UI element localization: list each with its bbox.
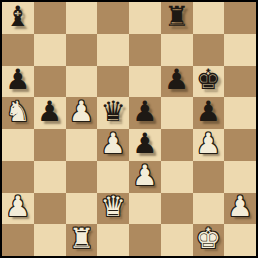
square-c2[interactable]	[66, 193, 98, 225]
black-pawn-piece[interactable]: ♟	[37, 98, 62, 126]
square-b3[interactable]	[34, 161, 66, 193]
black-bishop-piece[interactable]: ♝	[5, 3, 30, 31]
square-d2[interactable]: ♛	[97, 193, 129, 225]
square-a2[interactable]: ♟	[2, 193, 34, 225]
square-c6[interactable]	[66, 66, 98, 98]
square-f6[interactable]: ♟	[161, 66, 193, 98]
white-knight-piece[interactable]: ♞	[5, 98, 30, 126]
square-c1[interactable]: ♜	[66, 224, 98, 256]
square-b2[interactable]	[34, 193, 66, 225]
square-g2[interactable]	[193, 193, 225, 225]
square-h4[interactable]	[224, 129, 256, 161]
square-g3[interactable]	[193, 161, 225, 193]
square-a1[interactable]	[2, 224, 34, 256]
square-h6[interactable]	[224, 66, 256, 98]
square-d8[interactable]	[97, 2, 129, 34]
square-g6[interactable]: ♚	[193, 66, 225, 98]
square-f3[interactable]	[161, 161, 193, 193]
square-f1[interactable]	[161, 224, 193, 256]
square-c5[interactable]: ♟	[66, 97, 98, 129]
white-queen-piece[interactable]: ♛	[101, 193, 126, 221]
square-g8[interactable]	[193, 2, 225, 34]
black-pawn-piece[interactable]: ♟	[164, 66, 189, 94]
square-g7[interactable]	[193, 34, 225, 66]
black-king-piece[interactable]: ♚	[196, 66, 221, 94]
board-wrap: ♝♜♟♟♚♞♟♟♛♟♟♟♟♟♟♟♛♟♜♚	[0, 0, 258, 258]
square-e4[interactable]: ♟	[129, 129, 161, 161]
square-c4[interactable]	[66, 129, 98, 161]
square-d1[interactable]	[97, 224, 129, 256]
square-h1[interactable]	[224, 224, 256, 256]
square-b6[interactable]	[34, 66, 66, 98]
square-b4[interactable]	[34, 129, 66, 161]
square-b1[interactable]	[34, 224, 66, 256]
square-d4[interactable]: ♟	[97, 129, 129, 161]
black-pawn-piece[interactable]: ♟	[5, 66, 30, 94]
chess-board: ♝♜♟♟♚♞♟♟♛♟♟♟♟♟♟♟♛♟♜♚	[0, 0, 258, 258]
square-g1[interactable]: ♚	[193, 224, 225, 256]
square-g5[interactable]: ♟	[193, 97, 225, 129]
square-d5[interactable]: ♛	[97, 97, 129, 129]
square-h8[interactable]	[224, 2, 256, 34]
white-king-piece[interactable]: ♚	[196, 225, 221, 253]
square-e1[interactable]	[129, 224, 161, 256]
square-c8[interactable]	[66, 2, 98, 34]
square-a5[interactable]: ♞	[2, 97, 34, 129]
square-d6[interactable]	[97, 66, 129, 98]
square-a8[interactable]: ♝	[2, 2, 34, 34]
square-g4[interactable]: ♟	[193, 129, 225, 161]
square-h2[interactable]: ♟	[224, 193, 256, 225]
square-h5[interactable]	[224, 97, 256, 129]
square-e3[interactable]: ♟	[129, 161, 161, 193]
square-e7[interactable]	[129, 34, 161, 66]
black-pawn-piece[interactable]: ♟	[132, 130, 157, 158]
white-pawn-piece[interactable]: ♟	[228, 193, 253, 221]
square-a4[interactable]	[2, 129, 34, 161]
square-c7[interactable]	[66, 34, 98, 66]
black-rook-piece[interactable]: ♜	[164, 3, 189, 31]
square-d7[interactable]	[97, 34, 129, 66]
square-e6[interactable]	[129, 66, 161, 98]
white-rook-piece[interactable]: ♜	[69, 225, 94, 253]
square-d3[interactable]	[97, 161, 129, 193]
square-b7[interactable]	[34, 34, 66, 66]
black-pawn-piece[interactable]: ♟	[132, 98, 157, 126]
square-f7[interactable]	[161, 34, 193, 66]
square-a3[interactable]	[2, 161, 34, 193]
square-a7[interactable]	[2, 34, 34, 66]
square-e5[interactable]: ♟	[129, 97, 161, 129]
white-pawn-piece[interactable]: ♟	[132, 162, 157, 190]
white-pawn-piece[interactable]: ♟	[101, 130, 126, 158]
square-a6[interactable]: ♟	[2, 66, 34, 98]
square-e8[interactable]	[129, 2, 161, 34]
black-pawn-piece[interactable]: ♟	[196, 98, 221, 126]
black-queen-piece[interactable]: ♛	[101, 98, 126, 126]
white-pawn-piece[interactable]: ♟	[69, 98, 94, 126]
square-b8[interactable]	[34, 2, 66, 34]
square-f2[interactable]	[161, 193, 193, 225]
square-h3[interactable]	[224, 161, 256, 193]
square-e2[interactable]	[129, 193, 161, 225]
white-pawn-piece[interactable]: ♟	[5, 193, 30, 221]
square-f8[interactable]: ♜	[161, 2, 193, 34]
square-c3[interactable]	[66, 161, 98, 193]
square-f5[interactable]	[161, 97, 193, 129]
square-h7[interactable]	[224, 34, 256, 66]
square-f4[interactable]	[161, 129, 193, 161]
white-pawn-piece[interactable]: ♟	[196, 130, 221, 158]
square-b5[interactable]: ♟	[34, 97, 66, 129]
